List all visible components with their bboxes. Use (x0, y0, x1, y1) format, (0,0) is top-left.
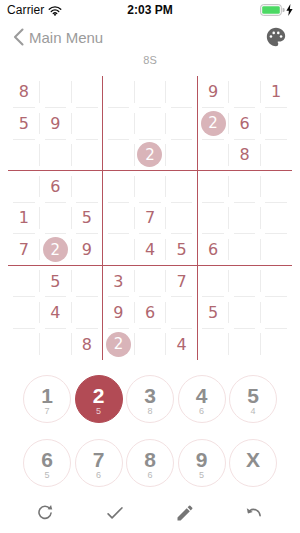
back-label: Main Menu (29, 29, 103, 46)
cell-r9c3[interactable]: 8 (71, 328, 103, 360)
given-digit: 9 (113, 303, 123, 322)
cell-r3c1[interactable] (8, 139, 40, 171)
cell-r7c4[interactable]: 3 (103, 265, 135, 297)
status-bar: Carrier 2:03 PM (0, 0, 300, 20)
number-pad-row-1: 1725384654 (0, 375, 300, 423)
number-pad-row-2: 65768695X (0, 439, 300, 487)
cell-r9c4[interactable]: 2 (103, 328, 135, 360)
given-digit: 4 (50, 303, 60, 322)
cell-r4c5[interactable] (134, 171, 166, 203)
sudoku-board: 89159262861577294565374965824 (8, 76, 292, 360)
cell-r3c2[interactable] (40, 139, 72, 171)
cell-r2c8[interactable]: 6 (229, 108, 261, 140)
pencil-icon (175, 503, 195, 523)
given-digit: 4 (145, 240, 155, 259)
pencil-button[interactable] (175, 503, 195, 523)
number-button-8[interactable]: 86 (126, 439, 174, 487)
remaining-count: 5 (199, 471, 204, 480)
given-digit: 6 (145, 303, 155, 322)
button-label: 4 (196, 385, 208, 406)
number-button-4[interactable]: 46 (178, 375, 226, 423)
box-line-vertical-1 (102, 76, 104, 360)
button-label: 5 (247, 385, 259, 406)
cell-r1c1[interactable]: 8 (8, 76, 40, 108)
cell-r1c2[interactable] (40, 76, 72, 108)
cell-r2c9[interactable] (260, 108, 292, 140)
cell-r9c9[interactable] (260, 328, 292, 360)
cell-r5c3[interactable]: 5 (71, 202, 103, 234)
cell-r7c2[interactable]: 5 (40, 265, 72, 297)
cell-r5c4[interactable] (103, 202, 135, 234)
given-digit: 5 (176, 240, 186, 259)
cell-r2c1[interactable]: 5 (8, 108, 40, 140)
given-digit: 6 (208, 240, 218, 259)
clock: 2:03 PM (127, 3, 172, 17)
cell-r9c8[interactable] (229, 328, 261, 360)
highlighted-digit: 2 (106, 332, 131, 357)
given-digit: 8 (240, 145, 250, 164)
box-line-horizontal-2 (8, 265, 292, 267)
cell-r7c8[interactable] (229, 265, 261, 297)
erase-button[interactable]: X (229, 439, 277, 487)
cell-r7c5[interactable] (134, 265, 166, 297)
cell-r3c4[interactable] (103, 139, 135, 171)
button-label: 2 (93, 385, 105, 406)
cell-r4c9[interactable] (260, 171, 292, 203)
cell-r2c3[interactable] (71, 108, 103, 140)
cell-r9c6[interactable]: 4 (166, 328, 198, 360)
button-label: 3 (144, 385, 156, 406)
number-button-6[interactable]: 65 (23, 439, 71, 487)
cell-r5c7[interactable] (197, 202, 229, 234)
cell-r5c1[interactable]: 1 (8, 202, 40, 234)
remaining-count: 8 (147, 407, 152, 416)
wifi-icon (48, 5, 62, 16)
given-digit: 8 (19, 82, 29, 101)
button-label: 1 (41, 385, 53, 406)
given-digit: 5 (208, 303, 218, 322)
cell-r6c7[interactable]: 6 (197, 234, 229, 266)
cell-r9c1[interactable] (8, 328, 40, 360)
given-digit: 8 (82, 335, 92, 354)
cell-r4c6[interactable] (166, 171, 198, 203)
given-digit: 1 (19, 208, 29, 227)
remaining-count: 5 (44, 471, 49, 480)
given-digit: 6 (50, 177, 60, 196)
cell-r7c1[interactable] (8, 265, 40, 297)
highlighted-digit: 2 (201, 111, 226, 136)
cell-r3c9[interactable] (260, 139, 292, 171)
cell-r8c4[interactable]: 9 (103, 297, 135, 329)
cell-r7c3[interactable] (71, 265, 103, 297)
cell-r5c6[interactable] (166, 202, 198, 234)
cell-r4c7[interactable] (197, 171, 229, 203)
cell-r8c1[interactable] (8, 297, 40, 329)
remaining-count: 7 (44, 407, 49, 416)
cell-r3c8[interactable]: 8 (229, 139, 261, 171)
check-button[interactable] (104, 502, 126, 524)
given-digit: 9 (82, 240, 92, 259)
cell-r8c9[interactable] (260, 297, 292, 329)
cell-r2c4[interactable] (103, 108, 135, 140)
given-digit: 9 (208, 82, 218, 101)
cell-r7c7[interactable] (197, 265, 229, 297)
given-digit: 1 (271, 82, 281, 101)
given-digit: 9 (50, 114, 60, 133)
cell-r5c8[interactable] (229, 202, 261, 234)
cell-r6c9[interactable] (260, 234, 292, 266)
cell-r2c6[interactable] (166, 108, 198, 140)
cell-r1c6[interactable] (166, 76, 198, 108)
cell-r5c5[interactable]: 7 (134, 202, 166, 234)
cell-r3c6[interactable] (166, 139, 198, 171)
given-digit: 7 (145, 208, 155, 227)
check-icon (104, 502, 126, 524)
palette-icon (265, 26, 287, 48)
cell-r6c6[interactable]: 5 (166, 234, 198, 266)
box-line-vertical-2 (197, 76, 199, 360)
cell-r8c6[interactable] (166, 297, 198, 329)
cell-r6c2[interactable]: 2 (40, 234, 72, 266)
cell-r1c7[interactable]: 9 (197, 76, 229, 108)
given-digit: 7 (176, 272, 186, 291)
cell-r3c7[interactable] (197, 139, 229, 171)
cell-r7c9[interactable] (260, 265, 292, 297)
charging-bolt-icon (286, 4, 293, 16)
chevron-left-icon (13, 28, 24, 46)
cell-r6c5[interactable]: 4 (134, 234, 166, 266)
restart-icon (34, 502, 56, 524)
remaining-count: 6 (147, 471, 152, 480)
given-digit: 7 (19, 240, 29, 259)
button-label: 8 (144, 449, 156, 470)
cell-r4c1[interactable] (8, 171, 40, 203)
remaining-count: 6 (199, 407, 204, 416)
given-digit: 5 (19, 114, 29, 133)
number-button-9[interactable]: 95 (178, 439, 226, 487)
given-digit: 4 (176, 335, 186, 354)
button-label: 6 (41, 449, 53, 470)
remaining-count: 5 (96, 407, 101, 416)
remaining-count: 4 (250, 407, 255, 416)
given-digit: 5 (50, 272, 60, 291)
given-digit: 6 (240, 114, 250, 133)
back-button[interactable]: Main Menu (13, 28, 103, 46)
undo-icon (243, 502, 266, 524)
cell-r6c8[interactable] (229, 234, 261, 266)
cell-r5c9[interactable] (260, 202, 292, 234)
cell-r3c5[interactable]: 2 (134, 139, 166, 171)
restart-button[interactable] (34, 502, 56, 524)
number-button-1[interactable]: 17 (23, 375, 71, 423)
battery-icon (260, 4, 293, 16)
cell-r6c1[interactable]: 7 (8, 234, 40, 266)
cell-r1c8[interactable] (229, 76, 261, 108)
number-pad: 172538465465768695X (0, 375, 300, 487)
cell-r2c7[interactable]: 2 (197, 108, 229, 140)
highlighted-digit: 2 (137, 142, 162, 167)
cell-r8c2[interactable]: 4 (40, 297, 72, 329)
remaining-count: 6 (96, 471, 101, 480)
cell-r4c2[interactable]: 6 (40, 171, 72, 203)
cell-r2c5[interactable] (134, 108, 166, 140)
cell-r8c8[interactable] (229, 297, 261, 329)
cell-r4c8[interactable] (229, 171, 261, 203)
cell-r6c3[interactable]: 9 (71, 234, 103, 266)
cell-r8c5[interactable]: 6 (134, 297, 166, 329)
board-wrap: 89159262861577294565374965824 (8, 76, 292, 360)
cell-r1c9[interactable]: 1 (260, 76, 292, 108)
cell-r8c7[interactable]: 5 (197, 297, 229, 329)
number-button-2[interactable]: 25 (75, 375, 123, 423)
nav-bar: Main Menu (0, 20, 300, 54)
puzzle-id-label: 8S (0, 54, 300, 70)
cell-r4c4[interactable] (103, 171, 135, 203)
box-line-horizontal-1 (8, 170, 292, 172)
number-button-7[interactable]: 76 (75, 439, 123, 487)
button-label: 7 (93, 449, 105, 470)
carrier-label: Carrier (7, 3, 44, 17)
given-digit: 5 (82, 208, 92, 227)
cell-r6c4[interactable] (103, 234, 135, 266)
cell-r3c3[interactable] (71, 139, 103, 171)
cell-r1c5[interactable] (134, 76, 166, 108)
button-label: X (246, 449, 260, 470)
theme-button[interactable] (265, 26, 287, 48)
cell-r7c6[interactable]: 7 (166, 265, 198, 297)
number-button-3[interactable]: 38 (126, 375, 174, 423)
cell-r9c5[interactable] (134, 328, 166, 360)
button-label: 9 (196, 449, 208, 470)
cell-r5c2[interactable] (40, 202, 72, 234)
cell-r4c3[interactable] (71, 171, 103, 203)
highlighted-digit: 2 (43, 237, 68, 262)
given-digit: 3 (113, 272, 123, 291)
cell-r1c3[interactable] (71, 76, 103, 108)
cell-r8c3[interactable] (71, 297, 103, 329)
cell-r1c4[interactable] (103, 76, 135, 108)
undo-button[interactable] (243, 502, 266, 524)
bottom-toolbar (0, 498, 300, 528)
cell-r9c7[interactable] (197, 328, 229, 360)
cell-r9c2[interactable] (40, 328, 72, 360)
cell-r2c2[interactable]: 9 (40, 108, 72, 140)
number-button-5[interactable]: 54 (229, 375, 277, 423)
